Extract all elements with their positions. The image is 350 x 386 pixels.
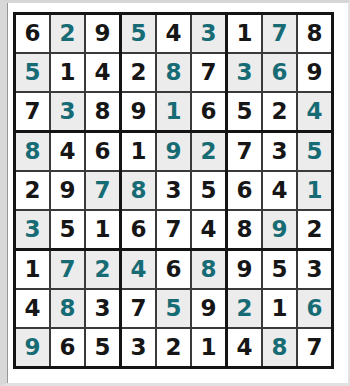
cell-r5c6[interactable]: 5 xyxy=(192,172,225,209)
cell-r9c2[interactable]: 6 xyxy=(51,329,84,366)
cell-r8c1[interactable]: 4 xyxy=(16,290,49,327)
cell-r7c9[interactable]: 3 xyxy=(298,251,331,288)
box-3: 178369524 xyxy=(228,15,331,130)
cell-r4c5[interactable]: 9 xyxy=(157,133,190,170)
cell-r9c5[interactable]: 2 xyxy=(157,329,190,366)
cell-r6c6[interactable]: 4 xyxy=(192,211,225,248)
cell-r1c4[interactable]: 5 xyxy=(122,15,155,52)
cell-r7c5[interactable]: 6 xyxy=(157,251,190,288)
box-7: 172483965 xyxy=(16,251,119,366)
cell-r4c1[interactable]: 8 xyxy=(16,133,49,170)
cell-r3c5[interactable]: 1 xyxy=(157,93,190,130)
cell-r3c6[interactable]: 6 xyxy=(192,93,225,130)
cell-r5c2[interactable]: 9 xyxy=(51,172,84,209)
cell-r9c3[interactable]: 5 xyxy=(86,329,119,366)
cell-r1c5[interactable]: 4 xyxy=(157,15,190,52)
cell-r2c5[interactable]: 8 xyxy=(157,54,190,91)
cell-r6c1[interactable]: 3 xyxy=(16,211,49,248)
cell-r2c6[interactable]: 7 xyxy=(192,54,225,91)
cell-r6c4[interactable]: 6 xyxy=(122,211,155,248)
cell-r4c3[interactable]: 6 xyxy=(86,133,119,170)
app-window: 6295147385432879161783695248462973511928… xyxy=(0,0,350,386)
cell-r1c1[interactable]: 6 xyxy=(16,15,49,52)
cell-r7c2[interactable]: 7 xyxy=(51,251,84,288)
cell-r6c7[interactable]: 8 xyxy=(228,211,261,248)
cell-r7c6[interactable]: 8 xyxy=(192,251,225,288)
cell-r8c4[interactable]: 7 xyxy=(122,290,155,327)
cell-r1c6[interactable]: 3 xyxy=(192,15,225,52)
sudoku-board: 6295147385432879161783695248462973511928… xyxy=(13,12,334,369)
cell-r9c9[interactable]: 7 xyxy=(298,329,331,366)
cell-r4c6[interactable]: 2 xyxy=(192,133,225,170)
cell-r4c7[interactable]: 7 xyxy=(228,133,261,170)
cell-r2c4[interactable]: 2 xyxy=(122,54,155,91)
cell-r1c2[interactable]: 2 xyxy=(51,15,84,52)
cell-r1c7[interactable]: 1 xyxy=(228,15,261,52)
cell-r1c9[interactable]: 8 xyxy=(298,15,331,52)
cell-r3c2[interactable]: 3 xyxy=(51,93,84,130)
cell-r6c2[interactable]: 5 xyxy=(51,211,84,248)
box-5: 192835674 xyxy=(122,133,225,248)
cell-r6c9[interactable]: 2 xyxy=(298,211,331,248)
cell-r1c8[interactable]: 7 xyxy=(263,15,296,52)
cell-r3c1[interactable]: 7 xyxy=(16,93,49,130)
cell-r2c1[interactable]: 5 xyxy=(16,54,49,91)
cell-r2c8[interactable]: 6 xyxy=(263,54,296,91)
cell-r5c9[interactable]: 1 xyxy=(298,172,331,209)
cell-r8c9[interactable]: 6 xyxy=(298,290,331,327)
cell-r8c8[interactable]: 1 xyxy=(263,290,296,327)
box-6: 735641892 xyxy=(228,133,331,248)
cell-r7c7[interactable]: 9 xyxy=(228,251,261,288)
cell-r9c4[interactable]: 3 xyxy=(122,329,155,366)
cell-r4c4[interactable]: 1 xyxy=(122,133,155,170)
cell-r6c5[interactable]: 7 xyxy=(157,211,190,248)
cell-r1c3[interactable]: 9 xyxy=(86,15,119,52)
cell-r8c6[interactable]: 9 xyxy=(192,290,225,327)
cell-r5c1[interactable]: 2 xyxy=(16,172,49,209)
cell-r5c5[interactable]: 3 xyxy=(157,172,190,209)
cell-r3c4[interactable]: 9 xyxy=(122,93,155,130)
box-1: 629514738 xyxy=(16,15,119,130)
cell-r5c7[interactable]: 6 xyxy=(228,172,261,209)
cell-r6c8[interactable]: 9 xyxy=(263,211,296,248)
cell-r9c1[interactable]: 9 xyxy=(16,329,49,366)
cell-r9c6[interactable]: 1 xyxy=(192,329,225,366)
cell-r7c1[interactable]: 1 xyxy=(16,251,49,288)
box-4: 846297351 xyxy=(16,133,119,248)
cell-r8c3[interactable]: 3 xyxy=(86,290,119,327)
cell-r2c7[interactable]: 3 xyxy=(228,54,261,91)
cell-r2c3[interactable]: 4 xyxy=(86,54,119,91)
cell-r2c9[interactable]: 9 xyxy=(298,54,331,91)
cell-r5c4[interactable]: 8 xyxy=(122,172,155,209)
cell-r5c3[interactable]: 7 xyxy=(86,172,119,209)
cell-r3c3[interactable]: 8 xyxy=(86,93,119,130)
cell-r9c7[interactable]: 4 xyxy=(228,329,261,366)
cell-r7c8[interactable]: 5 xyxy=(263,251,296,288)
cell-r4c9[interactable]: 5 xyxy=(298,133,331,170)
cell-r7c3[interactable]: 2 xyxy=(86,251,119,288)
cell-r6c3[interactable]: 1 xyxy=(86,211,119,248)
cell-r8c2[interactable]: 8 xyxy=(51,290,84,327)
cell-r7c4[interactable]: 4 xyxy=(122,251,155,288)
cell-r5c8[interactable]: 4 xyxy=(263,172,296,209)
cell-r2c2[interactable]: 1 xyxy=(51,54,84,91)
cell-r4c8[interactable]: 3 xyxy=(263,133,296,170)
board-margin: 6295147385432879161783695248462973511928… xyxy=(7,3,348,369)
cell-r3c7[interactable]: 5 xyxy=(228,93,261,130)
box-9: 953216487 xyxy=(228,251,331,366)
box-2: 543287916 xyxy=(122,15,225,130)
cell-r8c5[interactable]: 5 xyxy=(157,290,190,327)
cell-r3c9[interactable]: 4 xyxy=(298,93,331,130)
cell-r8c7[interactable]: 2 xyxy=(228,290,261,327)
cell-r4c2[interactable]: 4 xyxy=(51,133,84,170)
cell-r3c8[interactable]: 2 xyxy=(263,93,296,130)
box-8: 468759321 xyxy=(122,251,225,366)
cell-r9c8[interactable]: 8 xyxy=(263,329,296,366)
